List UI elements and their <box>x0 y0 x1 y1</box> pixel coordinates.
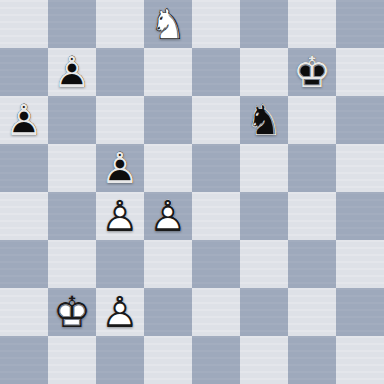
square-e6[interactable] <box>192 96 240 144</box>
square-f3[interactable] <box>240 240 288 288</box>
square-e4[interactable] <box>192 192 240 240</box>
black-king-g7[interactable]: ♚♔ <box>288 48 336 96</box>
white-pawn-c4[interactable]: ♟♙ <box>96 192 144 240</box>
square-a5[interactable] <box>0 144 48 192</box>
square-d1[interactable] <box>144 336 192 384</box>
square-a3[interactable] <box>0 240 48 288</box>
square-a2[interactable] <box>0 288 48 336</box>
square-b8[interactable] <box>48 0 96 48</box>
square-c1[interactable] <box>96 336 144 384</box>
square-g6[interactable] <box>288 96 336 144</box>
square-d6[interactable] <box>144 96 192 144</box>
square-d3[interactable] <box>144 240 192 288</box>
square-c2[interactable]: ♟♙ <box>96 288 144 336</box>
square-f7[interactable] <box>240 48 288 96</box>
black-pawn-b7[interactable]: ♟♙ <box>48 48 96 96</box>
square-h8[interactable] <box>336 0 384 48</box>
square-e5[interactable] <box>192 144 240 192</box>
black-pawn-a6[interactable]: ♟♙ <box>0 96 48 144</box>
square-b2[interactable]: ♚♔ <box>48 288 96 336</box>
square-a7[interactable] <box>0 48 48 96</box>
square-g4[interactable] <box>288 192 336 240</box>
pawn-glyph-outline: ♙ <box>144 192 192 240</box>
square-g2[interactable] <box>288 288 336 336</box>
white-knight-d8[interactable]: ♞♘ <box>144 0 192 48</box>
square-c3[interactable] <box>96 240 144 288</box>
square-d5[interactable] <box>144 144 192 192</box>
black-pawn-c5[interactable]: ♟♙ <box>96 144 144 192</box>
square-d2[interactable] <box>144 288 192 336</box>
square-f2[interactable] <box>240 288 288 336</box>
pawn-glyph-outline: ♙ <box>96 288 144 336</box>
square-c8[interactable] <box>96 0 144 48</box>
square-d7[interactable] <box>144 48 192 96</box>
square-e8[interactable] <box>192 0 240 48</box>
square-c7[interactable] <box>96 48 144 96</box>
square-b6[interactable] <box>48 96 96 144</box>
square-d8[interactable]: ♞♘ <box>144 0 192 48</box>
square-g7[interactable]: ♚♔ <box>288 48 336 96</box>
black-knight-f6[interactable]: ♞♘ <box>240 96 288 144</box>
square-h6[interactable] <box>336 96 384 144</box>
square-d4[interactable]: ♟♙ <box>144 192 192 240</box>
king-glyph-outline: ♔ <box>48 288 96 336</box>
square-a8[interactable] <box>0 0 48 48</box>
white-king-b2[interactable]: ♚♔ <box>48 288 96 336</box>
square-g1[interactable] <box>288 336 336 384</box>
square-e7[interactable] <box>192 48 240 96</box>
square-h3[interactable] <box>336 240 384 288</box>
square-a4[interactable] <box>0 192 48 240</box>
knight-glyph-outline: ♘ <box>144 0 192 48</box>
white-pawn-d4[interactable]: ♟♙ <box>144 192 192 240</box>
chess-board: ♞♘♟♙♚♔♟♙♞♘♟♙♟♙♟♙♚♔♟♙ <box>0 0 384 384</box>
square-b7[interactable]: ♟♙ <box>48 48 96 96</box>
pawn-glyph-outline: ♙ <box>48 48 96 96</box>
square-e3[interactable] <box>192 240 240 288</box>
square-c6[interactable] <box>96 96 144 144</box>
square-h4[interactable] <box>336 192 384 240</box>
square-f1[interactable] <box>240 336 288 384</box>
square-f5[interactable] <box>240 144 288 192</box>
king-glyph-outline: ♔ <box>288 48 336 96</box>
square-g8[interactable] <box>288 0 336 48</box>
square-c4[interactable]: ♟♙ <box>96 192 144 240</box>
square-b3[interactable] <box>48 240 96 288</box>
pawn-glyph-outline: ♙ <box>96 144 144 192</box>
square-h2[interactable] <box>336 288 384 336</box>
square-b5[interactable] <box>48 144 96 192</box>
square-c5[interactable]: ♟♙ <box>96 144 144 192</box>
square-b4[interactable] <box>48 192 96 240</box>
square-g3[interactable] <box>288 240 336 288</box>
square-h7[interactable] <box>336 48 384 96</box>
square-a6[interactable]: ♟♙ <box>0 96 48 144</box>
square-a1[interactable] <box>0 336 48 384</box>
square-f8[interactable] <box>240 0 288 48</box>
square-b1[interactable] <box>48 336 96 384</box>
square-e1[interactable] <box>192 336 240 384</box>
square-f6[interactable]: ♞♘ <box>240 96 288 144</box>
square-h5[interactable] <box>336 144 384 192</box>
white-pawn-c2[interactable]: ♟♙ <box>96 288 144 336</box>
knight-glyph-outline: ♘ <box>240 96 288 144</box>
pawn-glyph-outline: ♙ <box>96 192 144 240</box>
square-f4[interactable] <box>240 192 288 240</box>
square-h1[interactable] <box>336 336 384 384</box>
square-g5[interactable] <box>288 144 336 192</box>
square-e2[interactable] <box>192 288 240 336</box>
pawn-glyph-outline: ♙ <box>0 96 48 144</box>
